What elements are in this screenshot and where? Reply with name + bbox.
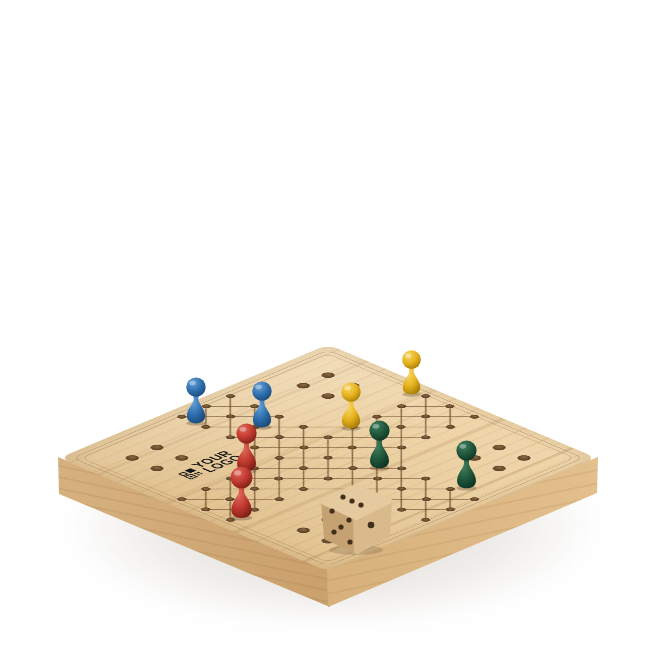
peg-red-2[interactable] <box>226 465 257 525</box>
peg-yellow-2[interactable] <box>337 381 365 435</box>
product-photo: YOUR LOGO <box>0 0 666 666</box>
peg-yellow-1[interactable] <box>398 349 425 401</box>
peg-blue-1[interactable] <box>182 376 210 430</box>
pieces-layer <box>0 0 666 666</box>
die[interactable] <box>316 484 396 556</box>
peg-green-2[interactable] <box>452 439 481 495</box>
peg-green-1[interactable] <box>365 419 394 475</box>
